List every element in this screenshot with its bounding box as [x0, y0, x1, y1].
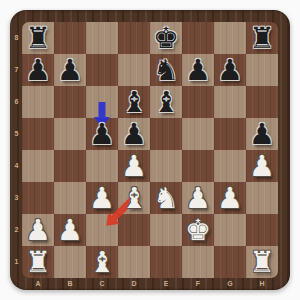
- file-label-A: A: [33, 280, 43, 288]
- square-a6[interactable]: [22, 86, 54, 118]
- black-pawn-f7[interactable]: ♟: [182, 54, 214, 86]
- square-b4[interactable]: [54, 150, 86, 182]
- square-a2[interactable]: ♟: [22, 214, 54, 246]
- square-b2[interactable]: ♟: [54, 214, 86, 246]
- square-f2[interactable]: ♚: [182, 214, 214, 246]
- square-g3[interactable]: ♟: [214, 182, 246, 214]
- square-b8[interactable]: [54, 22, 86, 54]
- white-knight-e3[interactable]: ♞: [150, 182, 182, 214]
- square-b7[interactable]: ♟: [54, 54, 86, 86]
- black-pawn-c5[interactable]: ♟: [86, 118, 118, 150]
- square-g4[interactable]: [214, 150, 246, 182]
- black-pawn-d5[interactable]: ♟: [118, 118, 150, 150]
- file-label-H: H: [257, 280, 267, 288]
- black-pawn-b7[interactable]: ♟: [54, 54, 86, 86]
- square-e3[interactable]: ♞: [150, 182, 182, 214]
- white-bishop-d3[interactable]: ♝: [118, 182, 150, 214]
- white-pawn-g3[interactable]: ♟: [214, 182, 246, 214]
- square-c4[interactable]: [86, 150, 118, 182]
- chess-board: 87654321 ABCDEFGH ♜♚♜♟♟♞♟♟♝♝♟♟♟♟♟♟♝♞♟♟♟♟…: [10, 10, 290, 290]
- square-f3[interactable]: ♟: [182, 182, 214, 214]
- square-a4[interactable]: [22, 150, 54, 182]
- rank-label-1: 1: [12, 258, 21, 265]
- white-king-f2[interactable]: ♚: [182, 214, 214, 246]
- square-b1[interactable]: [54, 246, 86, 278]
- black-rook-h8[interactable]: ♜: [246, 22, 278, 54]
- rank-label-4: 4: [12, 162, 21, 169]
- black-knight-e7[interactable]: ♞: [150, 54, 182, 86]
- white-pawn-h4[interactable]: ♟: [246, 150, 278, 182]
- square-c7[interactable]: [86, 54, 118, 86]
- black-rook-a8[interactable]: ♜: [22, 22, 54, 54]
- square-g7[interactable]: ♟: [214, 54, 246, 86]
- white-pawn-f3[interactable]: ♟: [182, 182, 214, 214]
- square-d5[interactable]: ♟: [118, 118, 150, 150]
- rank-label-5: 5: [12, 130, 21, 137]
- board-play-area: ♜♚♜♟♟♞♟♟♝♝♟♟♟♟♟♟♝♞♟♟♟♟♚♜♝♜: [22, 22, 278, 278]
- square-h6[interactable]: [246, 86, 278, 118]
- file-label-C: C: [97, 280, 107, 288]
- file-label-E: E: [161, 280, 171, 288]
- square-f5[interactable]: [182, 118, 214, 150]
- square-d7[interactable]: [118, 54, 150, 86]
- white-pawn-c3[interactable]: ♟: [86, 182, 118, 214]
- rank-label-6: 6: [12, 98, 21, 105]
- square-f4[interactable]: [182, 150, 214, 182]
- square-g1[interactable]: [214, 246, 246, 278]
- square-a3[interactable]: [22, 182, 54, 214]
- square-d1[interactable]: [118, 246, 150, 278]
- square-e5[interactable]: [150, 118, 182, 150]
- square-b3[interactable]: [54, 182, 86, 214]
- white-pawn-d4[interactable]: ♟: [118, 150, 150, 182]
- square-a8[interactable]: ♜: [22, 22, 54, 54]
- square-e7[interactable]: ♞: [150, 54, 182, 86]
- square-h1[interactable]: ♜: [246, 246, 278, 278]
- square-b6[interactable]: [54, 86, 86, 118]
- rank-label-8: 8: [12, 34, 21, 41]
- black-pawn-h5[interactable]: ♟: [246, 118, 278, 150]
- square-f8[interactable]: [182, 22, 214, 54]
- square-f6[interactable]: [182, 86, 214, 118]
- square-d4[interactable]: ♟: [118, 150, 150, 182]
- square-a5[interactable]: [22, 118, 54, 150]
- square-e6[interactable]: ♝: [150, 86, 182, 118]
- square-c5[interactable]: ♟: [86, 118, 118, 150]
- square-h5[interactable]: ♟: [246, 118, 278, 150]
- square-c2[interactable]: [86, 214, 118, 246]
- black-pawn-a7[interactable]: ♟: [22, 54, 54, 86]
- file-label-D: D: [129, 280, 139, 288]
- square-d3[interactable]: ♝: [118, 182, 150, 214]
- rank-label-3: 3: [12, 194, 21, 201]
- board-grid: ♜♚♜♟♟♞♟♟♝♝♟♟♟♟♟♟♝♞♟♟♟♟♚♜♝♜: [22, 22, 278, 278]
- square-e8[interactable]: ♚: [150, 22, 182, 54]
- black-bishop-d6[interactable]: ♝: [118, 86, 150, 118]
- square-f1[interactable]: [182, 246, 214, 278]
- file-label-G: G: [225, 280, 235, 288]
- square-e1[interactable]: [150, 246, 182, 278]
- square-g5[interactable]: [214, 118, 246, 150]
- square-c3[interactable]: ♟: [86, 182, 118, 214]
- square-h3[interactable]: [246, 182, 278, 214]
- white-pawn-a2[interactable]: ♟: [22, 214, 54, 246]
- white-rook-a1[interactable]: ♜: [22, 246, 54, 278]
- black-pawn-g7[interactable]: ♟: [214, 54, 246, 86]
- square-h7[interactable]: [246, 54, 278, 86]
- black-bishop-e6[interactable]: ♝: [150, 86, 182, 118]
- white-rook-h1[interactable]: ♜: [246, 246, 278, 278]
- square-g2[interactable]: [214, 214, 246, 246]
- black-king-e8[interactable]: ♚: [150, 22, 182, 54]
- square-b5[interactable]: [54, 118, 86, 150]
- square-h4[interactable]: ♟: [246, 150, 278, 182]
- square-c8[interactable]: [86, 22, 118, 54]
- rank-label-7: 7: [12, 66, 21, 73]
- square-e4[interactable]: [150, 150, 182, 182]
- square-a1[interactable]: ♜: [22, 246, 54, 278]
- square-d8[interactable]: [118, 22, 150, 54]
- square-c6[interactable]: [86, 86, 118, 118]
- square-h2[interactable]: [246, 214, 278, 246]
- square-g6[interactable]: [214, 86, 246, 118]
- square-c1[interactable]: ♝: [86, 246, 118, 278]
- square-g8[interactable]: [214, 22, 246, 54]
- white-pawn-b2[interactable]: ♟: [54, 214, 86, 246]
- square-f7[interactable]: ♟: [182, 54, 214, 86]
- rank-label-2: 2: [12, 226, 21, 233]
- square-d6[interactable]: ♝: [118, 86, 150, 118]
- square-d2[interactable]: [118, 214, 150, 246]
- square-h8[interactable]: ♜: [246, 22, 278, 54]
- square-a7[interactable]: ♟: [22, 54, 54, 86]
- file-label-F: F: [193, 280, 203, 288]
- square-e2[interactable]: [150, 214, 182, 246]
- white-bishop-c1[interactable]: ♝: [86, 246, 118, 278]
- file-label-B: B: [65, 280, 75, 288]
